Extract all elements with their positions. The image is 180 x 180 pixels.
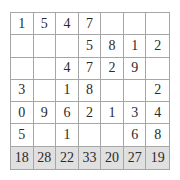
column-sum-cell-c3: 22	[56, 147, 79, 169]
empty-fillable-cell-r6c4[interactable]	[79, 124, 102, 146]
given-digit-cell-r4c4: 8	[79, 80, 102, 102]
column-sum-cell-c7: 19	[146, 147, 169, 169]
given-digit-cell-r5c4: 2	[79, 102, 102, 124]
given-digit-cell-r1c3: 4	[56, 13, 79, 35]
puzzle-board: 1547581247293182096213451681828223320271…	[10, 12, 170, 170]
column-sum-cell-c4: 33	[79, 147, 102, 169]
column-sum-cell-c5: 20	[101, 147, 124, 169]
empty-fillable-cell-r4c5[interactable]	[101, 80, 124, 102]
column-sum-cell-c6: 27	[124, 147, 147, 169]
empty-fillable-cell-r2c3[interactable]	[56, 35, 79, 57]
given-digit-cell-r6c1: 5	[11, 124, 34, 146]
given-digit-cell-r4c1: 3	[11, 80, 34, 102]
given-digit-cell-r2c5: 8	[101, 35, 124, 57]
empty-fillable-cell-r3c1[interactable]	[11, 58, 34, 80]
empty-fillable-cell-r1c7[interactable]	[146, 13, 169, 35]
empty-fillable-cell-r4c2[interactable]	[34, 80, 57, 102]
given-digit-cell-r3c3: 4	[56, 58, 79, 80]
given-digit-cell-r1c4: 7	[79, 13, 102, 35]
given-digit-cell-r3c4: 7	[79, 58, 102, 80]
given-digit-cell-r2c6: 1	[124, 35, 147, 57]
given-digit-cell-r5c7: 4	[146, 102, 169, 124]
given-digit-cell-r4c3: 1	[56, 80, 79, 102]
given-digit-cell-r1c2: 5	[34, 13, 57, 35]
empty-fillable-cell-r2c1[interactable]	[11, 35, 34, 57]
given-digit-cell-r1c1: 1	[11, 13, 34, 35]
given-digit-cell-r6c3: 1	[56, 124, 79, 146]
empty-fillable-cell-r4c6[interactable]	[124, 80, 147, 102]
given-digit-cell-r5c2: 9	[34, 102, 57, 124]
given-digit-cell-r2c7: 2	[146, 35, 169, 57]
column-sum-cell-c1: 18	[11, 147, 34, 169]
given-digit-cell-r2c4: 5	[79, 35, 102, 57]
empty-fillable-cell-r2c2[interactable]	[34, 35, 57, 57]
empty-fillable-cell-r6c5[interactable]	[101, 124, 124, 146]
column-sum-cell-c2: 28	[34, 147, 57, 169]
empty-fillable-cell-r1c6[interactable]	[124, 13, 147, 35]
given-digit-cell-r3c6: 9	[124, 58, 147, 80]
empty-fillable-cell-r1c5[interactable]	[101, 13, 124, 35]
given-digit-cell-r5c5: 1	[101, 102, 124, 124]
given-digit-cell-r6c6: 6	[124, 124, 147, 146]
given-digit-cell-r5c3: 6	[56, 102, 79, 124]
given-digit-cell-r3c5: 2	[101, 58, 124, 80]
empty-fillable-cell-r3c2[interactable]	[34, 58, 57, 80]
given-digit-cell-r5c6: 3	[124, 102, 147, 124]
given-digit-cell-r4c7: 2	[146, 80, 169, 102]
given-digit-cell-r6c7: 8	[146, 124, 169, 146]
given-digit-cell-r5c1: 0	[11, 102, 34, 124]
empty-fillable-cell-r6c2[interactable]	[34, 124, 57, 146]
empty-fillable-cell-r3c7[interactable]	[146, 58, 169, 80]
